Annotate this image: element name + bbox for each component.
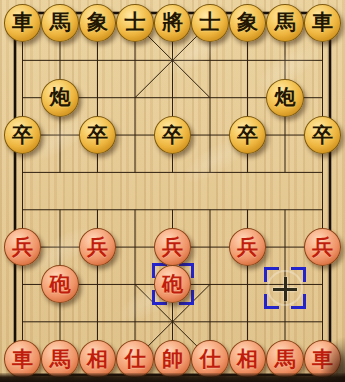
- piece-black-advisor[interactable]: 士: [191, 4, 229, 42]
- piece-black-elephant[interactable]: 象: [229, 4, 267, 42]
- piece-red-soldier[interactable]: 兵: [4, 228, 42, 266]
- board-bottom-edge: [0, 373, 345, 382]
- board-point: 卒: [229, 116, 267, 153]
- piece-glyph: 兵: [237, 236, 258, 257]
- piece-glyph: 馬: [275, 348, 296, 369]
- piece-glyph: 卒: [237, 124, 258, 145]
- board-point: 象: [229, 4, 267, 41]
- board-point: 砲: [154, 266, 192, 303]
- board-markers: [4, 4, 342, 377]
- piece-red-soldier[interactable]: 兵: [154, 228, 192, 266]
- piece-glyph: 卒: [312, 124, 333, 145]
- board-point: 馬: [266, 4, 304, 41]
- crosshair-cursor-icon: [273, 277, 297, 301]
- board-point: 炮: [266, 79, 304, 116]
- piece-black-soldier[interactable]: 卒: [154, 116, 192, 154]
- board-point: 將: [154, 4, 192, 41]
- xiangqi-board: 車馬象士將士象馬車炮炮卒卒卒卒卒兵兵兵兵兵砲砲車馬相仕帥仕相馬車: [0, 0, 345, 382]
- piece-black-advisor[interactable]: 士: [116, 4, 154, 42]
- piece-glyph: 兵: [12, 236, 33, 257]
- piece-glyph: 象: [87, 12, 108, 33]
- piece-black-soldier[interactable]: 卒: [79, 116, 117, 154]
- board-point: 士: [116, 4, 154, 41]
- board-point: 兵: [304, 228, 342, 265]
- piece-glyph: 車: [312, 12, 333, 33]
- piece-glyph: 車: [12, 348, 33, 369]
- piece-glyph: 卒: [162, 124, 183, 145]
- piece-red-soldier[interactable]: 兵: [229, 228, 267, 266]
- piece-black-general[interactable]: 將: [154, 4, 192, 42]
- piece-black-chariot[interactable]: 車: [4, 4, 42, 42]
- piece-black-cannon[interactable]: 炮: [41, 79, 79, 117]
- piece-glyph: 卒: [12, 124, 33, 145]
- piece-red-soldier[interactable]: 兵: [79, 228, 117, 266]
- board-point: 馬: [41, 4, 79, 41]
- piece-glyph: 相: [237, 348, 258, 369]
- piece-glyph: 將: [162, 12, 183, 33]
- piece-glyph: 帥: [162, 348, 183, 369]
- piece-glyph: 仕: [125, 348, 146, 369]
- piece-glyph: 兵: [162, 236, 183, 257]
- board-corner-shadow: [319, 336, 345, 382]
- piece-glyph: 炮: [50, 87, 71, 108]
- board-point: 象: [79, 4, 117, 41]
- piece-glyph: 相: [87, 348, 108, 369]
- piece-red-soldier[interactable]: 兵: [304, 228, 342, 266]
- board-point: 士: [191, 4, 229, 41]
- piece-glyph: 卒: [87, 124, 108, 145]
- piece-glyph: 仕: [200, 348, 221, 369]
- piece-red-cannon[interactable]: 砲: [41, 265, 79, 303]
- piece-black-chariot[interactable]: 車: [304, 4, 342, 42]
- piece-glyph: 象: [237, 12, 258, 33]
- board-point: 兵: [154, 228, 192, 265]
- board-point: 車: [4, 4, 42, 41]
- board-point: 卒: [154, 116, 192, 153]
- piece-black-elephant[interactable]: 象: [79, 4, 117, 42]
- piece-glyph: 砲: [50, 273, 71, 294]
- piece-glyph: 馬: [50, 12, 71, 33]
- piece-glyph: 炮: [275, 87, 296, 108]
- piece-black-soldier[interactable]: 卒: [229, 116, 267, 154]
- board-point: 卒: [304, 116, 342, 153]
- board-point: 兵: [229, 228, 267, 265]
- piece-glyph: 車: [12, 12, 33, 33]
- piece-glyph: 士: [125, 12, 146, 33]
- piece-black-horse[interactable]: 馬: [266, 4, 304, 42]
- piece-glyph: 士: [200, 12, 221, 33]
- board-point: 炮: [41, 79, 79, 116]
- board-point: 兵: [79, 228, 117, 265]
- board-point: 卒: [4, 116, 42, 153]
- piece-glyph: 馬: [50, 348, 71, 369]
- board-point: 砲: [41, 266, 79, 303]
- piece-glyph: 砲: [162, 273, 183, 294]
- board-point: 兵: [4, 228, 42, 265]
- piece-glyph: 兵: [87, 236, 108, 257]
- piece-black-horse[interactable]: 馬: [41, 4, 79, 42]
- piece-black-soldier[interactable]: 卒: [4, 116, 42, 154]
- board-point: 卒: [79, 116, 117, 153]
- piece-black-soldier[interactable]: 卒: [304, 116, 342, 154]
- piece-black-cannon[interactable]: 炮: [266, 79, 304, 117]
- piece-glyph: 兵: [312, 236, 333, 257]
- piece-glyph: 馬: [275, 12, 296, 33]
- board-point: 車: [304, 4, 342, 41]
